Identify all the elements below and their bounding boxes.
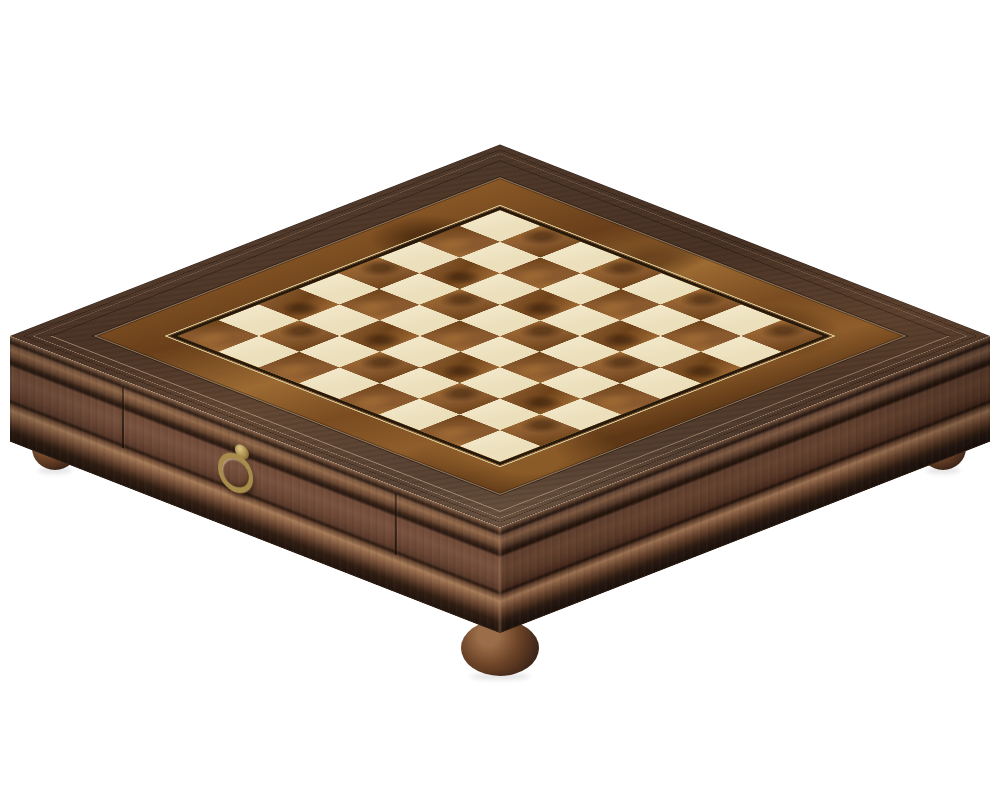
square xyxy=(420,352,500,383)
square xyxy=(540,367,620,398)
square xyxy=(379,367,459,398)
square xyxy=(621,367,701,398)
square xyxy=(621,336,701,367)
square xyxy=(460,336,540,367)
square xyxy=(661,352,741,383)
square xyxy=(500,352,580,383)
square xyxy=(339,352,419,383)
square xyxy=(460,399,540,430)
square xyxy=(460,430,540,461)
drawer-ring-pull xyxy=(218,436,258,505)
drawer-seam-right xyxy=(395,493,397,555)
square xyxy=(500,383,580,414)
square xyxy=(420,383,500,414)
square xyxy=(580,383,660,414)
ring-pull-ring-icon xyxy=(216,449,255,496)
drawer-seam-left xyxy=(122,386,124,448)
product-photo-scene xyxy=(0,0,1000,800)
square xyxy=(420,415,500,446)
square xyxy=(379,399,459,430)
square xyxy=(299,367,379,398)
square xyxy=(701,336,781,367)
square xyxy=(379,336,459,367)
square xyxy=(540,336,620,367)
chess-cabinet xyxy=(10,145,990,528)
square xyxy=(500,415,580,446)
square xyxy=(460,367,540,398)
square xyxy=(580,352,660,383)
square xyxy=(339,383,419,414)
square xyxy=(540,399,620,430)
square xyxy=(299,336,379,367)
square xyxy=(218,336,298,367)
square xyxy=(259,352,339,383)
